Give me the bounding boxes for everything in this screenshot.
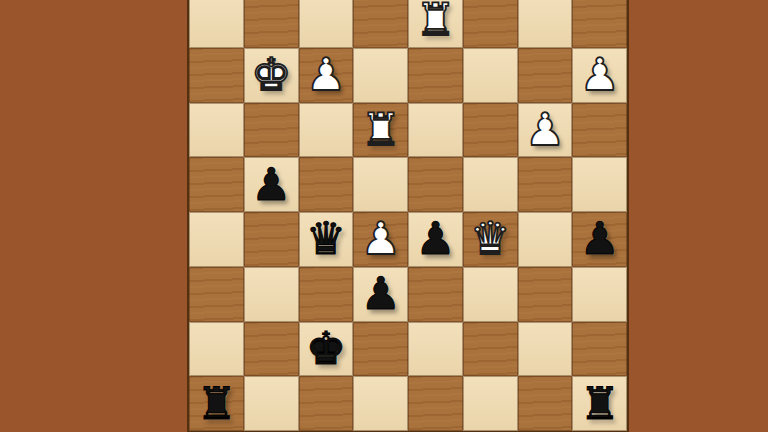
white-pawn[interactable]: ♟ [306, 48, 346, 102]
square-c1[interactable] [299, 376, 354, 431]
square-d4[interactable]: ♟ [353, 212, 408, 267]
square-f2[interactable] [463, 322, 518, 377]
square-e2[interactable] [408, 322, 463, 377]
white-queen[interactable]: ♛ [470, 212, 510, 266]
square-c8[interactable] [299, 0, 354, 48]
square-a2[interactable] [189, 322, 244, 377]
square-h2[interactable] [572, 322, 627, 377]
black-pawn[interactable]: ♟ [251, 158, 291, 212]
white-pawn[interactable]: ♟ [360, 212, 400, 266]
square-c2[interactable]: ♚ [299, 322, 354, 377]
square-g7[interactable] [518, 48, 573, 103]
square-e3[interactable] [408, 267, 463, 322]
square-c7[interactable]: ♟ [299, 48, 354, 103]
square-e4[interactable]: ♟ [408, 212, 463, 267]
square-e5[interactable] [408, 157, 463, 212]
square-d8[interactable] [353, 0, 408, 48]
black-rook[interactable]: ♜ [579, 377, 619, 431]
square-e8[interactable]: ♜ [408, 0, 463, 48]
square-b4[interactable] [244, 212, 299, 267]
square-f3[interactable] [463, 267, 518, 322]
square-h4[interactable]: ♟ [572, 212, 627, 267]
square-e1[interactable] [408, 376, 463, 431]
square-f8[interactable] [463, 0, 518, 48]
square-f1[interactable] [463, 376, 518, 431]
square-g6[interactable]: ♟ [518, 103, 573, 158]
page-background: ♜♚♟♟♜♟♟♛♟♟♛♟♟♚♜♜ [0, 0, 768, 432]
square-b6[interactable] [244, 103, 299, 158]
white-pawn[interactable]: ♟ [525, 103, 565, 157]
black-pawn[interactable]: ♟ [579, 212, 619, 266]
white-rook[interactable]: ♜ [360, 103, 400, 157]
square-b2[interactable] [244, 322, 299, 377]
square-f5[interactable] [463, 157, 518, 212]
square-g1[interactable] [518, 376, 573, 431]
square-b5[interactable]: ♟ [244, 157, 299, 212]
square-a3[interactable] [189, 267, 244, 322]
chess-board: ♜♚♟♟♜♟♟♛♟♟♛♟♟♚♜♜ [187, 0, 629, 432]
square-f4[interactable]: ♛ [463, 212, 518, 267]
square-h7[interactable]: ♟ [572, 48, 627, 103]
square-b8[interactable] [244, 0, 299, 48]
square-h8[interactable] [572, 0, 627, 48]
white-pawn[interactable]: ♟ [579, 48, 619, 102]
square-h6[interactable] [572, 103, 627, 158]
black-rook[interactable]: ♜ [196, 377, 236, 431]
square-g8[interactable] [518, 0, 573, 48]
square-d7[interactable] [353, 48, 408, 103]
square-d2[interactable] [353, 322, 408, 377]
square-g4[interactable] [518, 212, 573, 267]
square-a6[interactable] [189, 103, 244, 158]
square-a4[interactable] [189, 212, 244, 267]
square-c6[interactable] [299, 103, 354, 158]
square-g2[interactable] [518, 322, 573, 377]
square-d5[interactable] [353, 157, 408, 212]
black-pawn[interactable]: ♟ [415, 212, 455, 266]
black-queen[interactable]: ♛ [306, 212, 346, 266]
square-a1[interactable]: ♜ [189, 376, 244, 431]
square-f6[interactable] [463, 103, 518, 158]
square-d3[interactable]: ♟ [353, 267, 408, 322]
square-h5[interactable] [572, 157, 627, 212]
square-e6[interactable] [408, 103, 463, 158]
white-rook[interactable]: ♜ [415, 0, 455, 47]
square-g3[interactable] [518, 267, 573, 322]
square-d1[interactable] [353, 376, 408, 431]
square-a7[interactable] [189, 48, 244, 103]
square-d6[interactable]: ♜ [353, 103, 408, 158]
square-f7[interactable] [463, 48, 518, 103]
square-c3[interactable] [299, 267, 354, 322]
square-a8[interactable] [189, 0, 244, 48]
white-king[interactable]: ♚ [251, 48, 291, 102]
square-g5[interactable] [518, 157, 573, 212]
square-c4[interactable]: ♛ [299, 212, 354, 267]
black-pawn[interactable]: ♟ [360, 267, 400, 321]
black-king[interactable]: ♚ [306, 322, 346, 376]
square-h1[interactable]: ♜ [572, 376, 627, 431]
square-h3[interactable] [572, 267, 627, 322]
square-a5[interactable] [189, 157, 244, 212]
square-b1[interactable] [244, 376, 299, 431]
square-c5[interactable] [299, 157, 354, 212]
square-b3[interactable] [244, 267, 299, 322]
square-b7[interactable]: ♚ [244, 48, 299, 103]
square-e7[interactable] [408, 48, 463, 103]
